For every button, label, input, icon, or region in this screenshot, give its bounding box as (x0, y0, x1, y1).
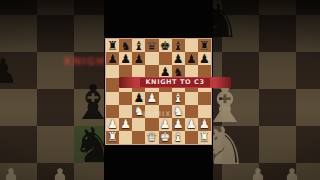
square-g2[interactable]: ♟ (185, 118, 198, 131)
piece-black-pawn: ♟ (133, 92, 144, 104)
piece-black-knight: ♞ (173, 66, 184, 78)
piece-white-bishop: ♝ (173, 92, 184, 104)
piece-white-king: ♚ (160, 131, 171, 143)
square-f8[interactable]: ♝ (172, 39, 185, 52)
square-g1[interactable] (185, 131, 198, 144)
square-g8[interactable] (185, 39, 198, 52)
square-d1[interactable]: ♛ (145, 131, 158, 144)
square-f1[interactable]: ♝ (172, 131, 185, 144)
square-g7[interactable]: ♟ (185, 52, 198, 65)
piece-black-pawn: ♟ (199, 53, 210, 65)
piece-black-bishop: ♝ (173, 40, 184, 52)
square-c7[interactable]: ♟ (132, 52, 145, 65)
square-a6[interactable] (106, 65, 119, 78)
square-h2[interactable]: ♟ (198, 118, 211, 131)
piece-black-pawn: ♟ (120, 53, 131, 65)
square-e1[interactable]: ♚ (159, 131, 172, 144)
square-h1[interactable]: ♜ (198, 131, 211, 144)
square-b1[interactable] (119, 131, 132, 144)
square-f2[interactable]: ♟ (172, 118, 185, 131)
square-a3[interactable] (106, 105, 119, 118)
piece-black-knight: ♞ (120, 40, 131, 52)
piece-white-pawn: ♟ (120, 118, 131, 130)
move-banner-label: KNIGHT TO C3 (140, 78, 209, 87)
square-h3[interactable] (198, 105, 211, 118)
square-c8[interactable]: ♝ (132, 39, 145, 52)
square-b8[interactable]: ♞ (119, 39, 132, 52)
piece-black-pawn: ♟ (160, 66, 171, 78)
square-g4[interactable] (185, 92, 198, 105)
piece-black-pawn: ♟ (107, 53, 118, 65)
square-c4[interactable]: ♟ (132, 92, 145, 105)
square-b7[interactable]: ♟ (119, 52, 132, 65)
square-f3[interactable]: ♞ (172, 105, 185, 118)
square-a2[interactable]: ♟ (106, 118, 119, 131)
piece-black-pawn: ♟ (173, 53, 184, 65)
square-a5[interactable] (106, 78, 119, 91)
piece-white-rook: ♜ (107, 131, 118, 143)
square-h7[interactable]: ♟ (198, 52, 211, 65)
square-f4[interactable]: ♝ (172, 92, 185, 105)
square-c2[interactable] (132, 118, 145, 131)
piece-white-queen: ♛ (147, 131, 158, 143)
square-d7[interactable] (145, 52, 158, 65)
piece-black-king: ♚ (160, 40, 171, 52)
move-banner: KNIGHT TO C3 (119, 77, 231, 88)
piece-black-pawn: ♟ (133, 53, 144, 65)
square-e8[interactable]: ♚ (159, 39, 172, 52)
piece-white-pawn: ♟ (186, 118, 197, 130)
square-f7[interactable]: ♟ (172, 52, 185, 65)
piece-white-knight: ♞ (173, 105, 184, 117)
square-d8[interactable]: ♛ (145, 39, 158, 52)
square-b2[interactable]: ♟ (119, 118, 132, 131)
piece-white-pawn: ♟ (147, 92, 158, 104)
square-h8[interactable]: ♜ (198, 39, 211, 52)
square-g3[interactable] (185, 105, 198, 118)
square-h4[interactable] (198, 92, 211, 105)
chess-board[interactable]: ♜♞♝♛♚♝♜♟♟♟♟♟♟♟♞♟♟♝♞♞♟♟♟♟♟♟♜♛♚♝♜ (105, 38, 212, 145)
square-a7[interactable]: ♟ (106, 52, 119, 65)
video-frame[interactable]: ♞♟♝♞♝♞♟♟♟♟ KNIGHT TO C3 ♜♞♝♛♚♝♜♟♟♟♟♟♟♟♞♟… (0, 0, 320, 180)
piece-white-pawn: ♟ (160, 118, 171, 130)
piece-white-rook: ♜ (199, 131, 210, 143)
piece-black-rook: ♜ (107, 40, 118, 52)
piece-black-pawn: ♟ (186, 53, 197, 65)
square-e2[interactable]: ♟ (159, 118, 172, 131)
piece-black-queen: ♛ (147, 40, 158, 52)
square-c1[interactable] (132, 131, 145, 144)
piece-black-rook: ♜ (199, 40, 210, 52)
piece-white-pawn: ♟ (173, 118, 184, 130)
piece-white-pawn: ♟ (199, 118, 210, 130)
square-a1[interactable]: ♜ (106, 131, 119, 144)
piece-white-pawn: ♟ (107, 118, 118, 130)
square-d4[interactable]: ♟ (145, 92, 158, 105)
square-d2[interactable] (145, 118, 158, 131)
piece-white-bishop: ♝ (173, 131, 184, 143)
square-e4[interactable] (159, 92, 172, 105)
piece-black-bishop: ♝ (133, 40, 144, 52)
square-b3[interactable] (119, 105, 132, 118)
square-e7[interactable] (159, 52, 172, 65)
square-a8[interactable]: ♜ (106, 39, 119, 52)
watermark-text: LOMIX (143, 110, 171, 118)
square-b4[interactable] (119, 92, 132, 105)
square-a4[interactable] (106, 92, 119, 105)
